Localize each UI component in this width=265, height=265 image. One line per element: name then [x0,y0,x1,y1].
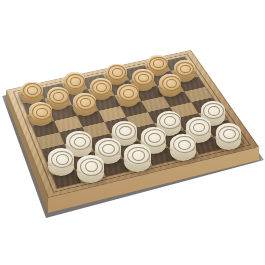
checker-piece-tan: ⛂ [29,102,52,126]
piece-engraved-ring [123,89,134,98]
piece-engraved-ring [178,140,191,150]
piece-engraved-ring [56,154,69,164]
piece-engraved-ring [102,144,115,154]
checker-piece-cream: ⛀ [216,123,242,149]
piece-engraved-ring [148,133,160,143]
checker-piece-cream: ⛀ [48,148,75,175]
piece-top-face [77,155,104,176]
piece-engraved-ring [153,59,164,67]
piece-top-face [29,102,52,120]
piece-top-face [170,134,196,154]
piece-engraved-ring [166,79,177,88]
checker-piece-cream: ⛀ [124,144,151,172]
piece-engraved-ring [74,137,86,147]
checker-piece-tan: ⛂ [73,93,96,117]
checker-piece-cream: ⛀ [170,134,196,161]
piece-top-face [21,82,43,99]
pieces-layer: ⛂⛂⛂⛂⛂⛂⛂⛂⛂⛂⛂⛂⛀⛀⛀⛀⛀⛀⛀⛀⛀⛀⛀⛀ [0,0,265,265]
piece-engraved-ring [208,106,220,116]
piece-top-face [124,144,151,164]
piece-engraved-ring [112,68,123,77]
piece-engraved-ring [70,77,81,86]
piece-engraved-ring [119,126,131,136]
piece-engraved-ring [85,161,98,171]
piece-engraved-ring [36,108,48,117]
checker-piece-tan: ⛂ [159,74,181,97]
checker-piece-tan: ⛂ [117,84,140,107]
piece-engraved-ring [223,129,236,139]
piece-engraved-ring [132,150,145,160]
piece-top-face [73,93,96,110]
piece-engraved-ring [96,83,107,92]
piece-top-face [117,84,140,101]
piece-engraved-ring [180,65,191,74]
piece-engraved-ring [164,116,176,126]
checkers-product-photo: ⛂⛂⛂⛂⛂⛂⛂⛂⛂⛂⛂⛂⛀⛀⛀⛀⛀⛀⛀⛀⛀⛀⛀⛀ [0,0,265,265]
checker-piece-cream: ⛀ [77,155,104,183]
piece-top-face [216,123,242,143]
checker-piece-tan: ⛂ [21,82,43,105]
piece-top-face [159,74,181,91]
